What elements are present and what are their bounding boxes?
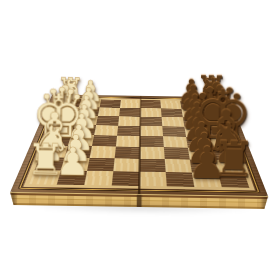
square	[188, 148, 215, 160]
square	[212, 148, 240, 160]
square	[96, 116, 119, 126]
square	[140, 136, 164, 147]
square	[215, 160, 245, 173]
square	[48, 125, 74, 135]
square	[192, 173, 222, 188]
square	[164, 147, 190, 159]
square	[140, 108, 161, 117]
square	[166, 172, 195, 187]
square	[184, 127, 209, 137]
square	[183, 117, 207, 127]
square	[202, 109, 225, 118]
square	[190, 160, 218, 173]
square	[55, 107, 79, 116]
square	[140, 117, 162, 127]
square	[161, 108, 183, 117]
product-photo: ♜♟♟♜♞♟♟♞♝♟♟♝♛♟♟♛♚♟♟♚♝♟♟♝♞♟♟♞♜♟♟♜	[0, 0, 280, 280]
square	[52, 115, 77, 125]
square	[68, 135, 94, 146]
square	[87, 158, 115, 171]
square	[71, 125, 96, 135]
square	[118, 116, 140, 126]
square	[74, 116, 98, 126]
square	[165, 159, 192, 172]
square	[181, 109, 204, 118]
square	[140, 126, 163, 136]
square	[206, 127, 232, 137]
square	[119, 108, 140, 117]
square	[162, 126, 186, 136]
square	[140, 159, 166, 172]
square	[117, 126, 140, 136]
square	[77, 107, 100, 116]
square	[113, 158, 139, 171]
square	[57, 170, 87, 185]
square	[204, 118, 228, 128]
square	[84, 171, 113, 186]
square	[112, 171, 140, 186]
chess-board	[10, 94, 268, 196]
square	[218, 173, 249, 188]
square	[44, 135, 71, 146]
square	[162, 117, 185, 127]
square	[140, 147, 165, 159]
square	[40, 145, 68, 157]
square	[163, 136, 188, 147]
square	[61, 158, 90, 171]
camera-tilt-wrap: ♜♟♟♜♞♟♟♞♝♟♟♝♛♟♟♛♚♟♟♚♝♟♟♝♞♟♟♞♜♟♟♜	[0, 0, 280, 280]
perspective-scene	[0, 0, 280, 280]
square	[139, 172, 167, 187]
square	[186, 137, 212, 148]
square	[65, 146, 92, 158]
square	[94, 125, 118, 135]
square	[90, 146, 116, 158]
square	[209, 137, 236, 148]
square	[92, 135, 117, 146]
square	[35, 157, 65, 170]
square	[29, 170, 61, 185]
square	[115, 147, 140, 159]
square	[116, 136, 140, 147]
square	[98, 107, 120, 116]
